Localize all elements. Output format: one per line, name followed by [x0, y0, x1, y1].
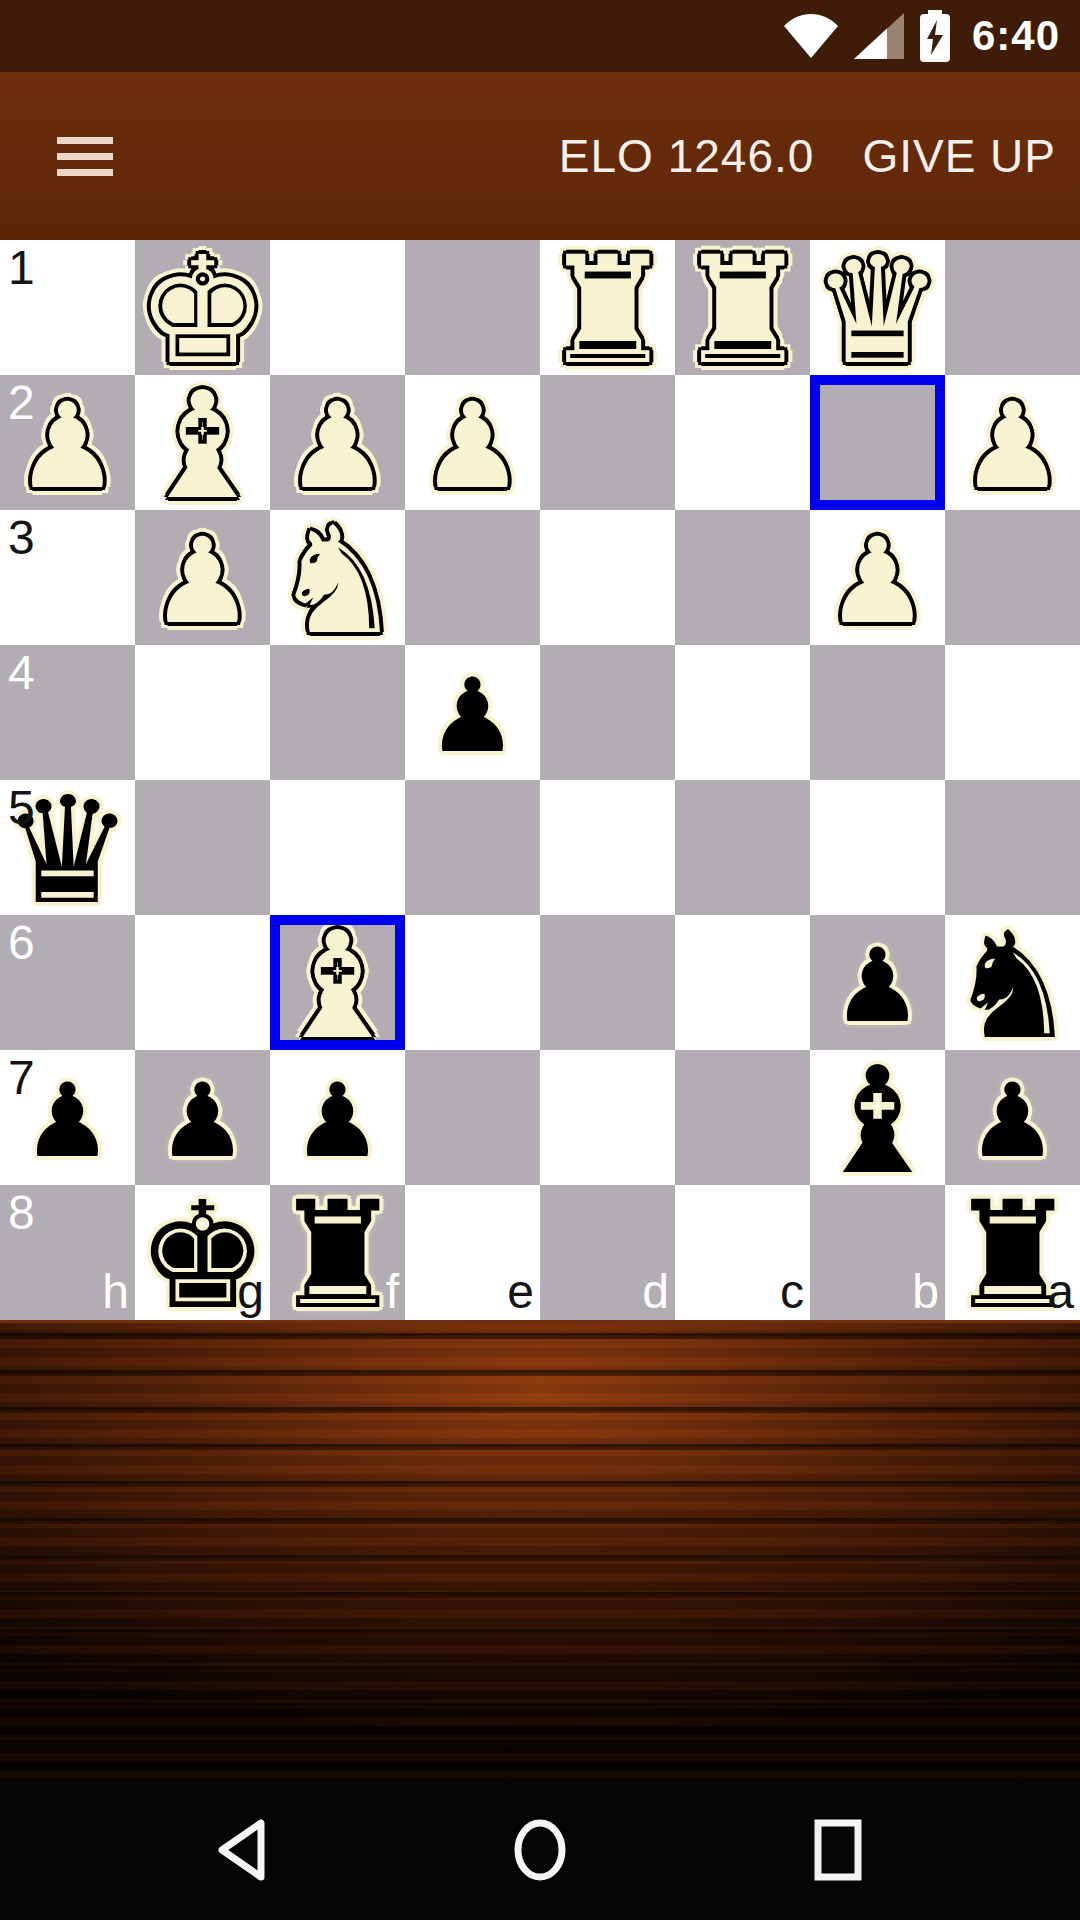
black-pawn-h7: ♟ — [0, 1050, 135, 1185]
square-d3[interactable] — [540, 510, 675, 645]
square-h7[interactable]: 7♟ — [0, 1050, 135, 1185]
square-h2[interactable]: 2♟ — [0, 375, 135, 510]
square-c7[interactable] — [675, 1050, 810, 1185]
black-pawn-f7: ♟ — [270, 1050, 405, 1185]
white-king-g1: ♚ — [135, 240, 270, 375]
black-pawn-e4: ♟ — [405, 645, 540, 780]
square-a8[interactable]: a♜ — [945, 1185, 1080, 1320]
square-d5[interactable] — [540, 780, 675, 915]
square-g1[interactable]: ♚ — [135, 240, 270, 375]
square-g4[interactable] — [135, 645, 270, 780]
square-h4[interactable]: 4 — [0, 645, 135, 780]
file-label-b: b — [912, 1268, 939, 1316]
white-pawn-a2: ♟ — [945, 375, 1080, 510]
app-bar: ELO 1246.0 GIVE UP — [0, 72, 1080, 240]
square-h8[interactable]: 8h — [0, 1185, 135, 1320]
rank-label-8: 8 — [8, 1189, 35, 1237]
file-label-f: f — [386, 1268, 399, 1316]
back-icon[interactable] — [211, 1816, 273, 1884]
status-time: 6:40 — [972, 12, 1060, 60]
square-b3[interactable]: ♟ — [810, 510, 945, 645]
square-b6[interactable]: ♟ — [810, 915, 945, 1050]
square-g2[interactable]: ♝ — [135, 375, 270, 510]
wifi-icon — [782, 13, 840, 59]
black-pawn-g7: ♟ — [135, 1050, 270, 1185]
square-a5[interactable] — [945, 780, 1080, 915]
square-c2[interactable] — [675, 375, 810, 510]
file-label-e: e — [507, 1268, 534, 1316]
square-f1[interactable] — [270, 240, 405, 375]
square-a1[interactable] — [945, 240, 1080, 375]
square-h1[interactable]: 1 — [0, 240, 135, 375]
square-e2[interactable]: ♟ — [405, 375, 540, 510]
recents-icon[interactable] — [807, 1816, 869, 1884]
square-f7[interactable]: ♟ — [270, 1050, 405, 1185]
white-knight-f3: ♞ — [270, 510, 405, 645]
file-label-c: c — [780, 1268, 804, 1316]
square-h5[interactable]: 5♛ — [0, 780, 135, 915]
square-e7[interactable] — [405, 1050, 540, 1185]
black-rook-a8: ♜ — [945, 1185, 1080, 1320]
white-pawn-g3: ♟ — [135, 510, 270, 645]
square-a7[interactable]: ♟ — [945, 1050, 1080, 1185]
rank-label-5: 5 — [8, 784, 35, 832]
square-c4[interactable] — [675, 645, 810, 780]
white-pawn-f2: ♟ — [270, 375, 405, 510]
file-label-d: d — [642, 1268, 669, 1316]
square-f3[interactable]: ♞ — [270, 510, 405, 645]
square-g5[interactable] — [135, 780, 270, 915]
white-rook-c1: ♜ — [675, 240, 810, 375]
square-b1[interactable]: ♛ — [810, 240, 945, 375]
white-queen-b1: ♛ — [810, 240, 945, 375]
black-king-g8: ♚ — [135, 1185, 270, 1320]
square-f4[interactable] — [270, 645, 405, 780]
phone-screen: 6:40 ELO 1246.0 GIVE UP 1♚♜♜♛2♟♝♟♟♟3♟♞♟4… — [0, 0, 1080, 1920]
square-e1[interactable] — [405, 240, 540, 375]
square-d1[interactable]: ♜ — [540, 240, 675, 375]
wood-background — [0, 1320, 1080, 1780]
square-g8[interactable]: g♚ — [135, 1185, 270, 1320]
square-d7[interactable] — [540, 1050, 675, 1185]
status-bar: 6:40 — [0, 0, 1080, 72]
square-g6[interactable] — [135, 915, 270, 1050]
square-c5[interactable] — [675, 780, 810, 915]
square-e6[interactable] — [405, 915, 540, 1050]
square-a4[interactable] — [945, 645, 1080, 780]
square-f6[interactable]: ♝ — [270, 915, 405, 1050]
square-c6[interactable] — [675, 915, 810, 1050]
square-h6[interactable]: 6 — [0, 915, 135, 1050]
black-rook-f8: ♜ — [270, 1185, 405, 1320]
square-c3[interactable] — [675, 510, 810, 645]
square-d6[interactable] — [540, 915, 675, 1050]
square-a2[interactable]: ♟ — [945, 375, 1080, 510]
square-d2[interactable] — [540, 375, 675, 510]
square-f8[interactable]: f♜ — [270, 1185, 405, 1320]
rank-label-4: 4 — [8, 649, 35, 697]
rank-label-7: 7 — [8, 1054, 35, 1102]
chess-board[interactable]: 1♚♜♜♛2♟♝♟♟♟3♟♞♟4♟5♛6♝♟♞7♟♟♟♝♟8hg♚f♜edcba… — [0, 240, 1080, 1320]
white-pawn-h2: ♟ — [0, 375, 135, 510]
hamburger-menu-icon[interactable] — [57, 137, 113, 176]
cell-signal-icon — [854, 13, 904, 59]
white-pawn-e2: ♟ — [405, 375, 540, 510]
square-a6[interactable]: ♞ — [945, 915, 1080, 1050]
black-bishop-b7: ♝ — [810, 1050, 945, 1185]
black-pawn-a7: ♟ — [945, 1050, 1080, 1185]
white-bishop-g2: ♝ — [135, 375, 270, 510]
square-f5[interactable] — [270, 780, 405, 915]
rank-label-3: 3 — [8, 514, 35, 562]
white-bishop-f6: ♝ — [270, 915, 405, 1050]
square-e4[interactable]: ♟ — [405, 645, 540, 780]
square-c1[interactable]: ♜ — [675, 240, 810, 375]
square-d8[interactable]: d — [540, 1185, 675, 1320]
square-e8[interactable]: e — [405, 1185, 540, 1320]
black-queen-h5: ♛ — [0, 780, 135, 915]
file-label-h: h — [102, 1268, 129, 1316]
square-c8[interactable]: c — [675, 1185, 810, 1320]
square-a3[interactable] — [945, 510, 1080, 645]
elo-rating: ELO 1246.0 — [559, 129, 815, 183]
square-b7[interactable]: ♝ — [810, 1050, 945, 1185]
square-b8[interactable]: b — [810, 1185, 945, 1320]
rank-label-1: 1 — [8, 244, 35, 292]
rank-label-2: 2 — [8, 379, 35, 427]
square-b5[interactable] — [810, 780, 945, 915]
square-e5[interactable] — [405, 780, 540, 915]
battery-charging-icon — [918, 10, 952, 62]
square-g3[interactable]: ♟ — [135, 510, 270, 645]
home-icon[interactable] — [509, 1816, 571, 1884]
white-pawn-b3: ♟ — [810, 510, 945, 645]
square-f2[interactable]: ♟ — [270, 375, 405, 510]
rank-label-6: 6 — [8, 919, 35, 967]
give-up-button[interactable]: GIVE UP — [862, 129, 1056, 183]
square-h3[interactable]: 3 — [0, 510, 135, 645]
square-b4[interactable] — [810, 645, 945, 780]
file-label-g: g — [237, 1268, 264, 1316]
square-g7[interactable]: ♟ — [135, 1050, 270, 1185]
square-d4[interactable] — [540, 645, 675, 780]
square-b2[interactable] — [810, 375, 945, 510]
black-knight-a6: ♞ — [945, 915, 1080, 1050]
file-label-a: a — [1047, 1268, 1074, 1316]
square-e3[interactable] — [405, 510, 540, 645]
black-pawn-b6: ♟ — [810, 915, 945, 1050]
android-nav-bar — [0, 1780, 1080, 1920]
white-rook-d1: ♜ — [540, 240, 675, 375]
